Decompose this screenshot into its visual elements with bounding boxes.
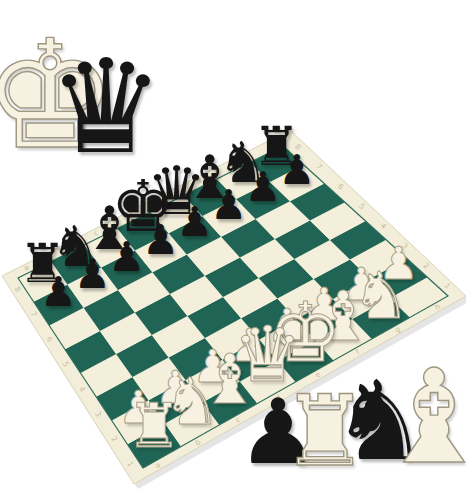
chess-board: aa11bb22cc33dd44ee55ff66gg77hh88 [0, 0, 466, 500]
chess-set-product-photo: aa11bb22cc33dd44ee55ff66gg77hh88 ♜♞♝♚♛♝♞… [0, 0, 466, 500]
